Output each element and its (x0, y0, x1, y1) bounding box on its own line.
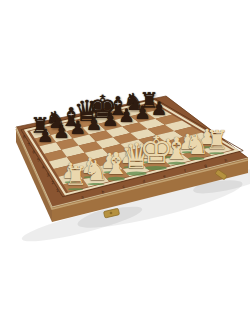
chess-set-photo: 12345678abcdefgh ♜♞♝♛♚♝♞♜♟♟♟♟♟♟♟♟♟♟♟♟♟♟♟… (0, 0, 250, 311)
chess-board: 12345678abcdefgh (0, 0, 250, 311)
brass-clasp-pin (110, 212, 113, 215)
